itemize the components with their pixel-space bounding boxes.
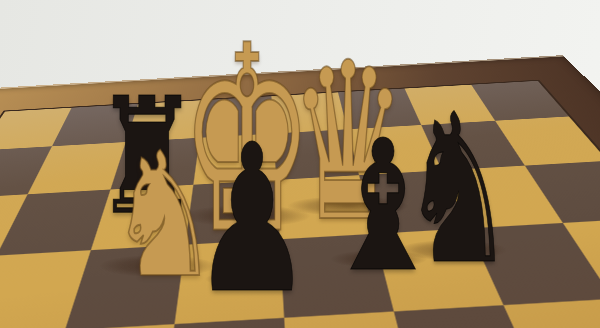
- square-e6: [276, 175, 374, 239]
- chessboard-squares: [0, 81, 600, 328]
- square-d6: [185, 180, 279, 245]
- chessboard-photo-scene: ♜♚♛♞♟♝♞: [0, 0, 600, 328]
- chessboard: [0, 55, 600, 328]
- square-e8: [271, 92, 347, 133]
- square-e7: [274, 129, 360, 180]
- square-d5: [175, 239, 285, 324]
- square-c7: [110, 138, 199, 190]
- square-c8: [126, 100, 205, 142]
- square-d7: [193, 134, 276, 185]
- square-d8: [200, 96, 274, 138]
- board-perspective-wrapper: [0, 55, 600, 328]
